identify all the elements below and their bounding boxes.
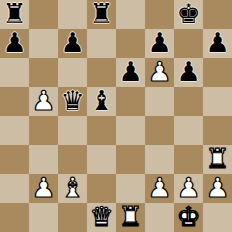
square-h8[interactable] [203,0,232,29]
square-g6[interactable]: ♟ [174,58,203,87]
square-e1[interactable]: ♜ [116,203,145,232]
piece-white-king[interactable]: ♚ [176,202,200,231]
square-h2[interactable]: ♟ [203,174,232,203]
square-g2[interactable]: ♟ [174,174,203,203]
piece-white-rook[interactable]: ♜ [118,202,142,231]
piece-black-pawn[interactable]: ♟ [176,57,200,86]
piece-black-king[interactable]: ♚ [176,0,200,28]
square-a3[interactable] [0,145,29,174]
square-h5[interactable] [203,87,232,116]
square-g7[interactable] [174,29,203,58]
piece-black-pawn[interactable]: ♟ [147,28,171,57]
piece-white-pawn[interactable]: ♟ [147,57,171,86]
piece-white-bishop[interactable]: ♝ [60,173,84,202]
square-c7[interactable]: ♟ [58,29,87,58]
piece-black-pawn[interactable]: ♟ [118,57,142,86]
square-f7[interactable]: ♟ [145,29,174,58]
chess-board: ♜♜♚♟♟♟♟♟♟♟♟♛♝♜♟♝♟♟♟♛♜♚ [0,0,232,232]
square-e6[interactable]: ♟ [116,58,145,87]
square-g3[interactable] [174,145,203,174]
square-h6[interactable] [203,58,232,87]
square-c2[interactable]: ♝ [58,174,87,203]
square-a5[interactable] [0,87,29,116]
piece-black-rook[interactable]: ♜ [2,0,26,28]
square-d3[interactable] [87,145,116,174]
piece-black-queen[interactable]: ♛ [60,86,84,115]
piece-black-pawn[interactable]: ♟ [60,28,84,57]
square-f3[interactable] [145,145,174,174]
square-b5[interactable]: ♟ [29,87,58,116]
square-g8[interactable]: ♚ [174,0,203,29]
square-b2[interactable]: ♟ [29,174,58,203]
square-f2[interactable]: ♟ [145,174,174,203]
piece-white-queen[interactable]: ♛ [89,202,113,231]
piece-white-rook[interactable]: ♜ [205,144,229,173]
square-c5[interactable]: ♛ [58,87,87,116]
piece-white-pawn[interactable]: ♟ [147,173,171,202]
square-a4[interactable] [0,116,29,145]
piece-white-pawn[interactable]: ♟ [31,86,55,115]
square-a7[interactable]: ♟ [0,29,29,58]
piece-white-pawn[interactable]: ♟ [31,173,55,202]
square-b6[interactable] [29,58,58,87]
square-c1[interactable] [58,203,87,232]
square-h1[interactable] [203,203,232,232]
square-d4[interactable] [87,116,116,145]
square-e4[interactable] [116,116,145,145]
piece-black-pawn[interactable]: ♟ [2,28,26,57]
square-a2[interactable] [0,174,29,203]
square-d7[interactable] [87,29,116,58]
square-e2[interactable] [116,174,145,203]
square-d2[interactable] [87,174,116,203]
square-g5[interactable] [174,87,203,116]
square-c4[interactable] [58,116,87,145]
square-g4[interactable] [174,116,203,145]
square-f1[interactable] [145,203,174,232]
piece-white-pawn[interactable]: ♟ [205,173,229,202]
square-h4[interactable] [203,116,232,145]
square-b3[interactable] [29,145,58,174]
square-b7[interactable] [29,29,58,58]
square-c3[interactable] [58,145,87,174]
square-h7[interactable]: ♟ [203,29,232,58]
square-g1[interactable]: ♚ [174,203,203,232]
piece-black-pawn[interactable]: ♟ [205,28,229,57]
square-e7[interactable] [116,29,145,58]
square-c6[interactable] [58,58,87,87]
square-f5[interactable] [145,87,174,116]
square-f8[interactable] [145,0,174,29]
square-e8[interactable] [116,0,145,29]
square-d6[interactable] [87,58,116,87]
square-f4[interactable] [145,116,174,145]
square-e5[interactable] [116,87,145,116]
square-d8[interactable]: ♜ [87,0,116,29]
square-b1[interactable] [29,203,58,232]
square-b4[interactable] [29,116,58,145]
square-d1[interactable]: ♛ [87,203,116,232]
square-h3[interactable]: ♜ [203,145,232,174]
square-d5[interactable]: ♝ [87,87,116,116]
square-c8[interactable] [58,0,87,29]
piece-black-rook[interactable]: ♜ [89,0,113,28]
square-a1[interactable] [0,203,29,232]
square-e3[interactable] [116,145,145,174]
square-a8[interactable]: ♜ [0,0,29,29]
square-f6[interactable]: ♟ [145,58,174,87]
square-b8[interactable] [29,0,58,29]
square-a6[interactable] [0,58,29,87]
piece-black-bishop[interactable]: ♝ [89,86,113,115]
piece-white-pawn[interactable]: ♟ [176,173,200,202]
